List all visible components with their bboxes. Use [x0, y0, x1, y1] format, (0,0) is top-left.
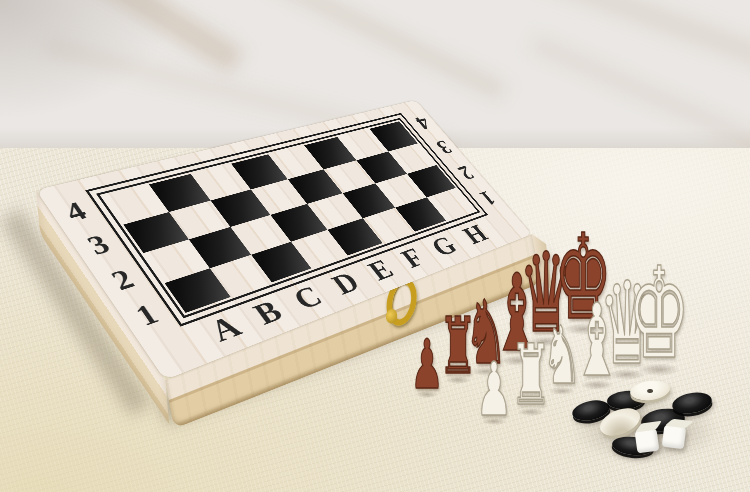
white-king-piece: ♚	[628, 251, 690, 377]
file-label: C	[286, 279, 328, 316]
wall-corner-shade	[0, 0, 180, 120]
rank-label: 3	[82, 230, 117, 262]
chess-set-product-photo: 4321 4321 ABCDEFGH ♟ ♜ ♞ ♝ ♛ ♚ ♟ ♜ ♞ ♝ ♛…	[0, 0, 750, 492]
file-label: F	[395, 242, 431, 273]
rank-label: 1	[130, 299, 166, 333]
rank-label: 4	[59, 197, 93, 228]
rank-label: 2	[105, 264, 140, 297]
file-label: H	[457, 219, 494, 249]
file-label: B	[246, 294, 288, 331]
white-pawn-piece: ♟	[476, 352, 512, 426]
die-front-face	[662, 425, 687, 450]
file-label: E	[361, 253, 399, 286]
die-front-face	[635, 429, 660, 454]
die-showing-4-and-1	[635, 429, 660, 454]
file-label: A	[202, 308, 248, 348]
file-label: G	[424, 230, 462, 262]
file-label: D	[325, 266, 366, 301]
die-showing-5-and-3	[662, 425, 687, 450]
